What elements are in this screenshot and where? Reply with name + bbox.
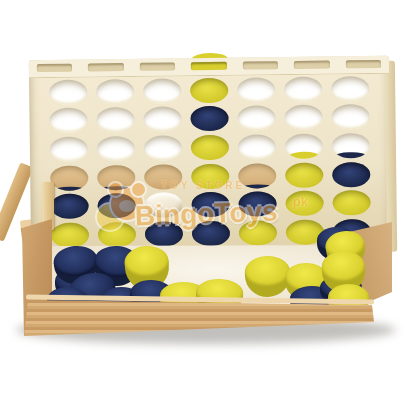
top-slot-1 [37,64,73,72]
cell-r1c6 [279,75,326,104]
cell-r6c6 [281,218,328,247]
cell-r4c5 [234,161,281,190]
connect-four-photo: TOY STORE BingoToys .pk [0,0,416,416]
hole-r4c4 [191,164,229,189]
hole-r2c6 [284,105,322,130]
hole-r3c5 [238,134,276,159]
hole-r4c2 [97,165,135,190]
cell-r2c2 [92,106,139,135]
hole-r1c3 [143,78,181,103]
hole-r1c4 [190,78,228,103]
cell-r3c3 [139,134,186,163]
cell-r2c5 [233,104,280,133]
cell-r4c6 [280,161,327,190]
cell-r6c5 [234,218,281,247]
hole-r4c7 [332,162,370,187]
hole-r1c1 [49,79,87,104]
cell-r2c4 [186,104,233,133]
hole-r6c1 [51,223,89,248]
cell-r3c4 [186,133,233,162]
cell-r3c5 [233,132,280,161]
cell-r5c6 [281,189,328,218]
top-slot-7 [345,60,381,68]
cell-r4c4 [187,162,234,191]
cell-r3c6 [280,132,327,161]
cell-r4c3 [140,162,187,191]
top-slot-6 [294,61,330,69]
hole-r5c3 [145,193,183,218]
game-board [29,56,391,254]
hole-r5c7 [332,191,370,216]
hole-r5c6 [285,191,323,216]
hole-r6c3 [145,221,183,246]
cell-r3c1 [46,135,93,164]
hole-r4c3 [144,164,182,189]
hole-r1c5 [237,77,275,102]
cell-r1c2 [92,77,139,106]
hole-r6c4 [192,221,230,246]
cell-r2c3 [139,105,186,134]
hole-r5c4 [191,192,229,217]
hole-r2c1 [50,108,88,133]
hole-r5c1 [51,194,89,219]
cell-r1c3 [139,76,186,105]
hole-r5c5 [238,192,276,217]
hole-r6c2 [98,222,136,247]
cell-r3c7 [327,131,374,160]
hole-r2c7 [331,105,369,130]
hole-r4c1 [51,165,89,190]
hole-r3c3 [144,135,182,160]
top-slot-3 [140,62,176,70]
hole-r3c1 [50,137,88,162]
hole-r1c2 [96,79,134,104]
hole-r1c6 [284,76,322,101]
hole-r3c6 [284,134,322,159]
cell-r6c4 [187,219,234,248]
cell-r2c1 [45,106,92,135]
hole-r1c7 [331,76,369,101]
cell-r1c4 [186,76,233,105]
top-slot-5 [243,61,279,69]
cell-r1c5 [232,75,279,104]
cell-r5c4 [187,190,234,219]
hole-r2c2 [97,107,135,132]
cell-r1c1 [45,77,92,106]
cell-r3c2 [93,134,140,163]
cell-r4c2 [93,163,140,192]
cell-r6c2 [94,220,141,249]
hole-r6c5 [239,220,277,245]
hole-r3c4 [191,135,229,160]
cell-r5c5 [234,190,281,219]
hole-r4c5 [238,163,276,188]
hole-r2c5 [237,106,275,131]
hole-r3c7 [331,133,369,158]
cell-r2c7 [327,103,374,132]
cell-r2c6 [280,103,327,132]
hole-r2c4 [190,106,228,131]
hole-r3c2 [97,136,135,161]
hole-r5c2 [98,193,136,218]
top-slot-2 [88,63,124,71]
cell-r6c3 [140,220,187,249]
cell-r5c7 [328,189,375,218]
board-grid [45,74,375,250]
cell-r5c2 [93,192,140,221]
cell-r4c7 [327,160,374,189]
top-slot-4 [191,62,227,70]
hole-r2c3 [144,107,182,132]
hole-r6c6 [286,220,324,245]
hole-r4c6 [285,162,323,187]
cell-r1c7 [326,74,373,103]
cell-r5c3 [140,191,187,220]
